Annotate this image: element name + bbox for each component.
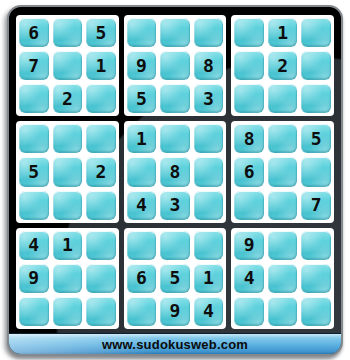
footer-bar: www.sudokusweb.com bbox=[9, 333, 341, 354]
cell-r5c8[interactable] bbox=[268, 157, 298, 186]
cell-r7c3[interactable] bbox=[86, 231, 116, 260]
cell-r3c4[interactable]: 5 bbox=[127, 84, 157, 113]
cell-r9c2[interactable] bbox=[53, 297, 83, 326]
cell-r2c9[interactable] bbox=[301, 51, 331, 80]
cell-r8c4[interactable]: 6 bbox=[127, 264, 157, 293]
cell-r6c3[interactable] bbox=[86, 191, 116, 220]
cell-r8c7[interactable]: 4 bbox=[234, 264, 264, 293]
cell-r1c3[interactable]: 5 bbox=[86, 18, 116, 47]
cell-r7c8[interactable] bbox=[268, 231, 298, 260]
cell-r1c2[interactable] bbox=[53, 18, 83, 47]
cell-r4c7[interactable]: 8 bbox=[234, 124, 264, 153]
cell-r4c5[interactable] bbox=[160, 124, 190, 153]
box-r1c2: 9853 bbox=[124, 15, 227, 116]
cell-r7c4[interactable] bbox=[127, 231, 157, 260]
cell-r1c4[interactable] bbox=[127, 18, 157, 47]
cell-r3c5[interactable] bbox=[160, 84, 190, 113]
box-r3c1: 419 bbox=[16, 228, 119, 329]
cell-r4c2[interactable] bbox=[53, 124, 83, 153]
box-r2c1: 52 bbox=[16, 121, 119, 222]
box-r1c3: 12 bbox=[231, 15, 334, 116]
cell-r4c4[interactable]: 1 bbox=[127, 124, 157, 153]
cell-r6c9[interactable]: 7 bbox=[301, 191, 331, 220]
cell-r2c2[interactable] bbox=[53, 51, 83, 80]
cell-r8c1[interactable]: 9 bbox=[19, 264, 49, 293]
box-r3c3: 94 bbox=[231, 228, 334, 329]
cell-r7c5[interactable] bbox=[160, 231, 190, 260]
cell-r4c1[interactable] bbox=[19, 124, 49, 153]
cell-r2c5[interactable] bbox=[160, 51, 190, 80]
cell-r9c3[interactable] bbox=[86, 297, 116, 326]
cell-r2c4[interactable]: 9 bbox=[127, 51, 157, 80]
cell-r5c6[interactable] bbox=[194, 157, 224, 186]
cell-r5c3[interactable]: 2 bbox=[86, 157, 116, 186]
cell-r8c6[interactable]: 1 bbox=[194, 264, 224, 293]
cell-r3c1[interactable] bbox=[19, 84, 49, 113]
cell-r6c8[interactable] bbox=[268, 191, 298, 220]
cell-r3c3[interactable] bbox=[86, 84, 116, 113]
cell-r7c1[interactable]: 4 bbox=[19, 231, 49, 260]
cell-r9c8[interactable] bbox=[268, 297, 298, 326]
cell-r1c1[interactable]: 6 bbox=[19, 18, 49, 47]
cell-r8c3[interactable] bbox=[86, 264, 116, 293]
cell-r5c1[interactable]: 5 bbox=[19, 157, 49, 186]
cell-r6c2[interactable] bbox=[53, 191, 83, 220]
cell-r9c5[interactable]: 9 bbox=[160, 297, 190, 326]
cell-r2c1[interactable]: 7 bbox=[19, 51, 49, 80]
cell-r1c5[interactable] bbox=[160, 18, 190, 47]
cell-r5c2[interactable] bbox=[53, 157, 83, 186]
cell-r7c6[interactable] bbox=[194, 231, 224, 260]
cell-r4c6[interactable] bbox=[194, 124, 224, 153]
cell-r1c6[interactable] bbox=[194, 18, 224, 47]
cell-r1c9[interactable] bbox=[301, 18, 331, 47]
site-url[interactable]: www.sudokusweb.com bbox=[102, 337, 248, 352]
cell-r2c6[interactable]: 8 bbox=[194, 51, 224, 80]
cell-r8c5[interactable]: 5 bbox=[160, 264, 190, 293]
cell-r7c9[interactable] bbox=[301, 231, 331, 260]
cell-r9c1[interactable] bbox=[19, 297, 49, 326]
cell-r9c9[interactable] bbox=[301, 297, 331, 326]
cell-r9c4[interactable] bbox=[127, 297, 157, 326]
board-grid: 6571298531252184385674196519494 bbox=[9, 7, 341, 333]
cell-r5c4[interactable] bbox=[127, 157, 157, 186]
cell-r2c8[interactable]: 2 bbox=[268, 51, 298, 80]
cell-r6c4[interactable]: 4 bbox=[127, 191, 157, 220]
cell-r1c7[interactable] bbox=[234, 18, 264, 47]
cell-r3c2[interactable]: 2 bbox=[53, 84, 83, 113]
cell-r6c6[interactable] bbox=[194, 191, 224, 220]
cell-r6c1[interactable] bbox=[19, 191, 49, 220]
cell-r1c8[interactable]: 1 bbox=[268, 18, 298, 47]
cell-r3c9[interactable] bbox=[301, 84, 331, 113]
box-r2c3: 8567 bbox=[231, 121, 334, 222]
sudoku-board: 6571298531252184385674196519494 www.sudo… bbox=[7, 5, 343, 356]
cell-r8c8[interactable] bbox=[268, 264, 298, 293]
cell-r6c5[interactable]: 3 bbox=[160, 191, 190, 220]
cell-r2c3[interactable]: 1 bbox=[86, 51, 116, 80]
cell-r6c7[interactable] bbox=[234, 191, 264, 220]
cell-r5c7[interactable]: 6 bbox=[234, 157, 264, 186]
cell-r4c3[interactable] bbox=[86, 124, 116, 153]
box-r2c2: 1843 bbox=[124, 121, 227, 222]
box-r1c1: 65712 bbox=[16, 15, 119, 116]
cell-r4c8[interactable] bbox=[268, 124, 298, 153]
cell-r3c6[interactable]: 3 bbox=[194, 84, 224, 113]
cell-r2c7[interactable] bbox=[234, 51, 264, 80]
cell-r5c5[interactable]: 8 bbox=[160, 157, 190, 186]
cell-r7c7[interactable]: 9 bbox=[234, 231, 264, 260]
cell-r5c9[interactable] bbox=[301, 157, 331, 186]
box-r3c2: 65194 bbox=[124, 228, 227, 329]
cell-r9c6[interactable]: 4 bbox=[194, 297, 224, 326]
cell-r3c7[interactable] bbox=[234, 84, 264, 113]
cell-r3c8[interactable] bbox=[268, 84, 298, 113]
cell-r8c2[interactable] bbox=[53, 264, 83, 293]
cell-r8c9[interactable] bbox=[301, 264, 331, 293]
cell-r4c9[interactable]: 5 bbox=[301, 124, 331, 153]
cell-r7c2[interactable]: 1 bbox=[53, 231, 83, 260]
cell-r9c7[interactable] bbox=[234, 297, 264, 326]
